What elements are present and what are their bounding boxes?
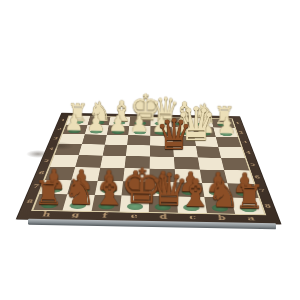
black-bishop-f8[interactable]: ♝ xyxy=(91,195,122,211)
rank-label-left-5: 5 xyxy=(40,158,53,162)
white-pawn-b2[interactable]: ♟ xyxy=(193,127,216,137)
rank-label-right-6: 6 xyxy=(251,175,265,180)
green-felt-base xyxy=(92,120,105,124)
square-a4[interactable] xyxy=(218,147,245,158)
white-pawn-a2[interactable]: ♟ xyxy=(214,127,238,137)
green-felt-base xyxy=(71,120,84,124)
square-f6[interactable] xyxy=(97,168,125,182)
square-a3[interactable] xyxy=(216,137,241,148)
piece-glyph: ♝ xyxy=(171,98,193,127)
square-b2[interactable] xyxy=(193,127,216,137)
black-pawn-g7[interactable]: ♟ xyxy=(67,180,97,195)
green-felt-base xyxy=(176,122,188,126)
square-g1[interactable] xyxy=(87,116,110,125)
rank-label-right-4: 4 xyxy=(242,151,254,155)
square-d1[interactable] xyxy=(150,118,171,127)
square-e5[interactable] xyxy=(125,156,150,168)
square-g2[interactable] xyxy=(85,125,109,135)
green-felt-base xyxy=(126,203,143,210)
black-pawn-h7[interactable]: ♟ xyxy=(40,180,72,195)
piece-glyph: ♝ xyxy=(178,173,207,212)
piece-glyph: ♝ xyxy=(91,171,120,210)
square-a5[interactable] xyxy=(221,158,249,171)
white-pawn-c2[interactable]: ♟ xyxy=(171,127,194,137)
square-e6[interactable] xyxy=(123,168,149,182)
green-felt-base xyxy=(155,122,167,126)
square-c5[interactable] xyxy=(174,157,200,169)
square-b6[interactable] xyxy=(199,169,227,183)
white-rook-a1[interactable]: ♜ xyxy=(211,119,234,128)
square-h5[interactable] xyxy=(50,155,78,167)
rank-label-left-3: 3 xyxy=(50,137,62,141)
black-king-e8[interactable]: ♚ xyxy=(120,196,149,213)
square-g4[interactable] xyxy=(78,144,104,155)
white-pawn-f2[interactable]: ♟ xyxy=(107,125,130,135)
green-felt-base xyxy=(69,202,87,209)
piece-glyph: ♟ xyxy=(122,167,150,195)
rank-label-right-8: 8 xyxy=(260,203,275,209)
piece-glyph: ♟ xyxy=(216,114,238,136)
green-felt-base xyxy=(217,123,230,127)
green-felt-base xyxy=(182,189,198,196)
green-felt-base xyxy=(208,189,225,196)
piece-glyph: ♜ xyxy=(34,176,63,209)
square-c8[interactable] xyxy=(177,197,207,214)
square-e3[interactable] xyxy=(127,135,150,146)
rank-label-right-2: 2 xyxy=(236,131,247,134)
green-felt-base xyxy=(155,203,171,210)
square-h2[interactable] xyxy=(63,125,88,135)
green-felt-base xyxy=(100,187,116,194)
white-pawn-g2[interactable]: ♟ xyxy=(85,125,109,135)
green-felt-base xyxy=(90,129,103,133)
square-c2[interactable] xyxy=(171,127,194,137)
piece-glyph: ♞ xyxy=(88,98,109,125)
square-c3[interactable] xyxy=(172,136,196,147)
piece-glyph: ♟ xyxy=(128,112,150,134)
piece-glyph: ♜ xyxy=(235,180,264,213)
green-felt-base xyxy=(98,202,115,209)
piece-glyph: ♛ xyxy=(150,93,172,126)
piece-glyph: ♜ xyxy=(67,100,88,124)
green-felt-base xyxy=(73,187,90,194)
piece-glyph: ♚ xyxy=(120,162,150,211)
piece-glyph: ♞ xyxy=(192,100,213,127)
white-rook-h1[interactable]: ♜ xyxy=(66,116,90,125)
square-e2[interactable] xyxy=(128,126,150,136)
square-g8[interactable] xyxy=(62,195,94,211)
green-felt-base xyxy=(128,188,144,195)
white-pawn-d2[interactable]: ♟ xyxy=(150,126,172,136)
piece-glyph: ♟ xyxy=(172,113,194,135)
piece-glyph: ♟ xyxy=(204,169,232,197)
black-bishop-c8[interactable]: ♝ xyxy=(177,197,207,214)
green-felt-base xyxy=(155,130,167,134)
square-c1[interactable] xyxy=(171,118,193,127)
square-b7[interactable] xyxy=(202,183,232,198)
piece-glyph: ♟ xyxy=(150,113,172,135)
rank-labels-right-rail: 12345678 xyxy=(61,113,240,116)
white-knight-g1[interactable]: ♞ xyxy=(87,116,110,125)
black-pawn-d7[interactable]: ♟ xyxy=(149,182,176,197)
green-felt-base xyxy=(155,188,171,195)
green-felt-base xyxy=(68,129,82,133)
square-f4[interactable] xyxy=(102,145,127,156)
square-a7[interactable] xyxy=(228,183,259,198)
rank-label-left-7: 7 xyxy=(29,184,44,189)
piece-glyph: ♟ xyxy=(85,112,107,134)
board-tilt-wrapper: hgfedcba 12345678 12345678 ♜♞♝♚♛♝♞♜♟♟♟♟♟… xyxy=(0,0,300,300)
black-pawn-b7[interactable]: ♟ xyxy=(202,183,232,198)
rank-label-left-8: 8 xyxy=(22,199,37,205)
green-felt-base xyxy=(219,132,233,136)
chess-board: hgfedcba 12345678 12345678 ♜♞♝♚♛♝♞♜♟♟♟♟♟… xyxy=(16,113,282,225)
green-felt-base xyxy=(235,190,252,197)
piece-glyph: ♛ xyxy=(149,167,179,212)
square-g5[interactable] xyxy=(75,155,102,167)
square-e7[interactable] xyxy=(122,181,150,196)
square-h3[interactable] xyxy=(59,134,85,144)
green-felt-base xyxy=(40,201,59,208)
green-felt-base xyxy=(111,130,124,134)
square-d3[interactable] xyxy=(150,135,173,146)
piece-glyph: ♟ xyxy=(95,166,123,194)
piece-glyph: ♝ xyxy=(109,97,131,126)
white-bishop-c1[interactable]: ♝ xyxy=(171,118,193,127)
piece-glyph: ♟ xyxy=(40,165,68,193)
square-g7[interactable] xyxy=(67,180,97,195)
white-queen-d1[interactable]: ♛ xyxy=(150,118,171,127)
square-e8[interactable] xyxy=(120,196,149,213)
piece-glyph: ♞ xyxy=(63,173,92,210)
chess-photo-scene: hgfedcba 12345678 12345678 ♜♞♝♚♛♝♞♜♟♟♟♟♟… xyxy=(0,0,300,300)
piece-glyph: ♟ xyxy=(149,168,177,196)
green-felt-base xyxy=(239,205,257,212)
square-a1[interactable] xyxy=(211,119,234,128)
black-rook-a8[interactable]: ♜ xyxy=(231,198,264,215)
piece-glyph: ♟ xyxy=(107,112,129,134)
white-pawn-h2[interactable]: ♟ xyxy=(63,125,88,135)
pieces-layer: ♜♞♝♚♛♝♞♜♟♟♟♟♟♟♟♟♟♟♟♟♟♟♟♟♜♞♝♚♛♝♞♜ xyxy=(33,116,264,214)
square-d2[interactable] xyxy=(150,126,172,136)
square-h4[interactable] xyxy=(55,144,82,155)
black-rook-h8[interactable]: ♜ xyxy=(33,194,67,210)
square-b4[interactable] xyxy=(196,146,222,157)
square-b3[interactable] xyxy=(194,136,218,147)
square-f2[interactable] xyxy=(107,125,130,135)
rank-label-right-5: 5 xyxy=(246,162,259,166)
white-knight-b1[interactable]: ♞ xyxy=(191,118,213,127)
black-pawn-c7[interactable]: ♟ xyxy=(175,182,203,197)
green-felt-base xyxy=(211,204,229,211)
black-pawn-e7[interactable]: ♟ xyxy=(122,181,150,196)
square-f7[interactable] xyxy=(94,181,123,196)
board-squares xyxy=(31,115,266,215)
white-king-e1[interactable]: ♚ xyxy=(129,117,150,126)
square-h7[interactable] xyxy=(40,180,72,195)
green-felt-base xyxy=(46,186,64,193)
square-e4[interactable] xyxy=(126,145,150,156)
file-labels-rail: hgfedcba xyxy=(61,113,240,116)
piece-glyph: ♟ xyxy=(63,111,85,133)
square-d7[interactable] xyxy=(149,182,176,197)
square-h1[interactable] xyxy=(66,116,90,125)
rank-labels-left-rail: 12345678 xyxy=(61,113,240,116)
square-b8[interactable] xyxy=(204,197,235,214)
square-g3[interactable] xyxy=(82,134,107,144)
rank-label-right-3: 3 xyxy=(239,140,251,144)
square-d6[interactable] xyxy=(149,168,175,182)
black-queen-d8[interactable]: ♛ xyxy=(149,196,178,213)
rank-label-left-1: 1 xyxy=(58,119,69,122)
piece-glyph: ♜ xyxy=(213,103,234,127)
rank-label-left-2: 2 xyxy=(54,127,65,130)
square-g6[interactable] xyxy=(71,167,100,181)
square-a8[interactable] xyxy=(231,198,264,215)
square-f8[interactable] xyxy=(91,195,122,211)
square-e1[interactable] xyxy=(129,117,150,126)
square-f5[interactable] xyxy=(100,156,126,168)
piece-glyph: ♟ xyxy=(194,114,216,136)
piece-glyph: ♟ xyxy=(176,168,204,196)
rank-label-left-4: 4 xyxy=(45,147,57,151)
green-felt-base xyxy=(176,131,189,135)
green-felt-base xyxy=(134,121,146,125)
square-h8[interactable] xyxy=(33,194,67,210)
square-h6[interactable] xyxy=(45,167,75,181)
square-b1[interactable] xyxy=(191,118,213,127)
square-c7[interactable] xyxy=(175,182,203,197)
rank-label-right-7: 7 xyxy=(255,188,269,193)
piece-glyph: ♚ xyxy=(129,90,151,126)
square-f1[interactable] xyxy=(108,117,130,126)
green-felt-base xyxy=(198,131,211,135)
black-pawn-a7[interactable]: ♟ xyxy=(228,183,259,198)
square-f3[interactable] xyxy=(104,135,128,145)
square-d4[interactable] xyxy=(150,146,174,157)
piece-glyph: ♟ xyxy=(67,166,95,194)
green-felt-base xyxy=(133,130,146,134)
rank-label-right-1: 1 xyxy=(233,122,244,125)
piece-glyph: ♟ xyxy=(231,169,259,197)
square-a2[interactable] xyxy=(214,127,238,137)
square-c4[interactable] xyxy=(173,146,198,157)
square-d5[interactable] xyxy=(150,157,175,169)
square-a6[interactable] xyxy=(224,170,253,184)
rank-label-left-6: 6 xyxy=(35,171,49,176)
square-c6[interactable] xyxy=(175,169,202,183)
black-knight-g8[interactable]: ♞ xyxy=(62,195,94,211)
green-felt-base xyxy=(113,121,125,125)
white-bishop-f1[interactable]: ♝ xyxy=(108,117,130,126)
piece-glyph: ♞ xyxy=(206,175,235,212)
black-knight-b8[interactable]: ♞ xyxy=(204,197,235,214)
white-pawn-e2[interactable]: ♟ xyxy=(128,126,150,136)
green-felt-base xyxy=(196,122,209,126)
square-d8[interactable] xyxy=(149,196,178,213)
black-pawn-f7[interactable]: ♟ xyxy=(94,181,123,196)
square-b5[interactable] xyxy=(197,157,224,169)
green-felt-base xyxy=(183,204,200,211)
